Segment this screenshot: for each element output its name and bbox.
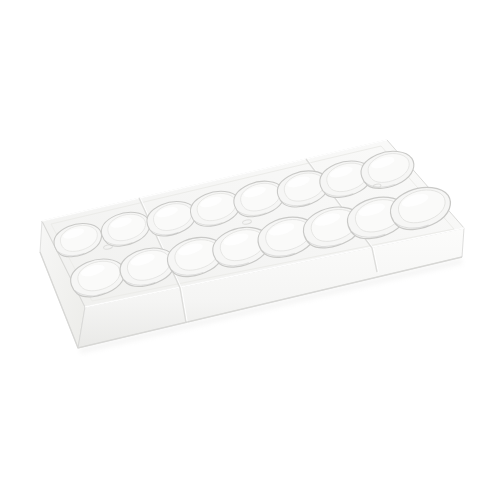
product-photo bbox=[0, 0, 500, 500]
chocolate-mold-photo bbox=[0, 0, 500, 500]
chocolate-mold bbox=[40, 140, 464, 351]
